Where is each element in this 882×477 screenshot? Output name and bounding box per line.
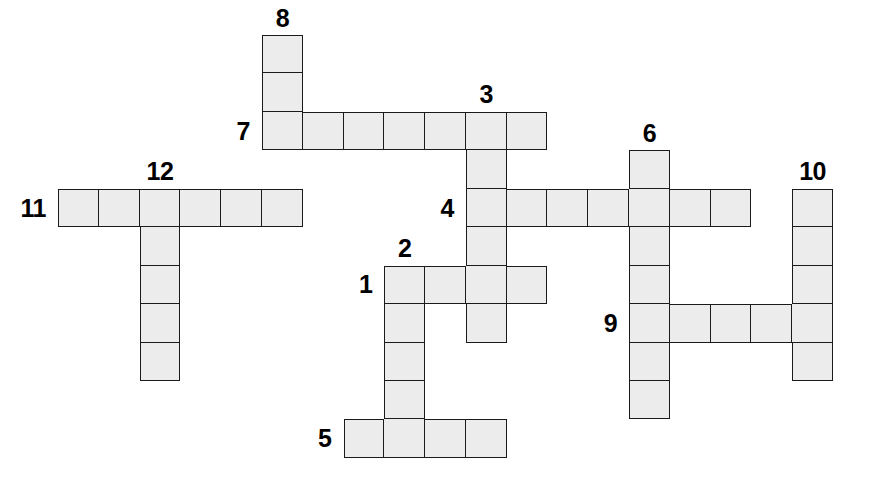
grid-cell[interactable] [425,419,466,457]
clue-number-1-across: 1 [292,271,372,299]
grid-cell[interactable] [670,189,711,227]
grid-cell[interactable] [262,73,303,111]
grid-cell[interactable] [344,419,385,457]
grid-cell[interactable] [466,150,507,188]
grid-cell[interactable] [262,35,303,73]
grid-cell[interactable] [507,266,548,304]
grid-cell[interactable] [384,419,425,457]
clue-number-12-down: 12 [120,158,200,186]
grid-cell[interactable] [792,189,833,227]
grid-cell[interactable] [629,343,670,381]
grid-cell[interactable] [466,266,507,304]
grid-cell[interactable] [384,266,425,304]
grid-cell[interactable] [466,112,507,150]
clue-number-7-across: 7 [170,117,250,145]
clue-number-2-down: 2 [365,235,445,263]
grid-cell[interactable] [670,304,711,342]
grid-cell[interactable] [629,150,670,188]
grid-cell[interactable] [629,381,670,419]
grid-cell[interactable] [711,304,752,342]
grid-cell[interactable] [792,266,833,304]
grid-cell[interactable] [466,419,507,457]
clue-number-11-across: 11 [0,194,46,222]
grid-cell[interactable] [262,112,303,150]
grid-cell[interactable] [792,227,833,265]
grid-cell[interactable] [303,112,344,150]
grid-cell[interactable] [629,266,670,304]
grid-cell[interactable] [99,189,140,227]
grid-cell[interactable] [140,343,181,381]
grid-cell[interactable] [547,189,588,227]
grid-cell[interactable] [384,112,425,150]
clue-number-6-down: 6 [609,119,689,147]
clue-number-8-down: 8 [242,4,322,32]
crossword-puzzle: 123456789101112 [0,0,882,477]
grid-cell[interactable] [58,189,99,227]
grid-cell[interactable] [221,189,262,227]
grid-cell[interactable] [466,304,507,342]
grid-cell[interactable] [140,227,181,265]
grid-cell[interactable] [140,266,181,304]
clue-number-9-across: 9 [537,309,617,337]
grid-cell[interactable] [466,227,507,265]
grid-cell[interactable] [262,189,303,227]
grid-cell[interactable] [140,189,181,227]
grid-cell[interactable] [629,304,670,342]
grid-cell[interactable] [629,189,670,227]
clue-number-5-across: 5 [252,425,332,453]
grid-cell[interactable] [711,189,752,227]
grid-cell[interactable] [425,266,466,304]
grid-cell[interactable] [751,304,792,342]
grid-cell[interactable] [588,189,629,227]
grid-cell[interactable] [140,304,181,342]
grid-cell[interactable] [384,381,425,419]
grid-cell[interactable] [507,189,548,227]
grid-cell[interactable] [629,227,670,265]
clue-number-3-down: 3 [446,81,526,109]
grid-cell[interactable] [507,112,548,150]
grid-cell[interactable] [792,343,833,381]
clue-number-10-down: 10 [773,158,853,186]
clue-number-4-across: 4 [374,194,454,222]
grid-cell[interactable] [180,189,221,227]
grid-cell[interactable] [792,304,833,342]
grid-cell[interactable] [466,189,507,227]
grid-cell[interactable] [384,304,425,342]
grid-cell[interactable] [425,112,466,150]
grid-cell[interactable] [384,343,425,381]
grid-cell[interactable] [344,112,385,150]
